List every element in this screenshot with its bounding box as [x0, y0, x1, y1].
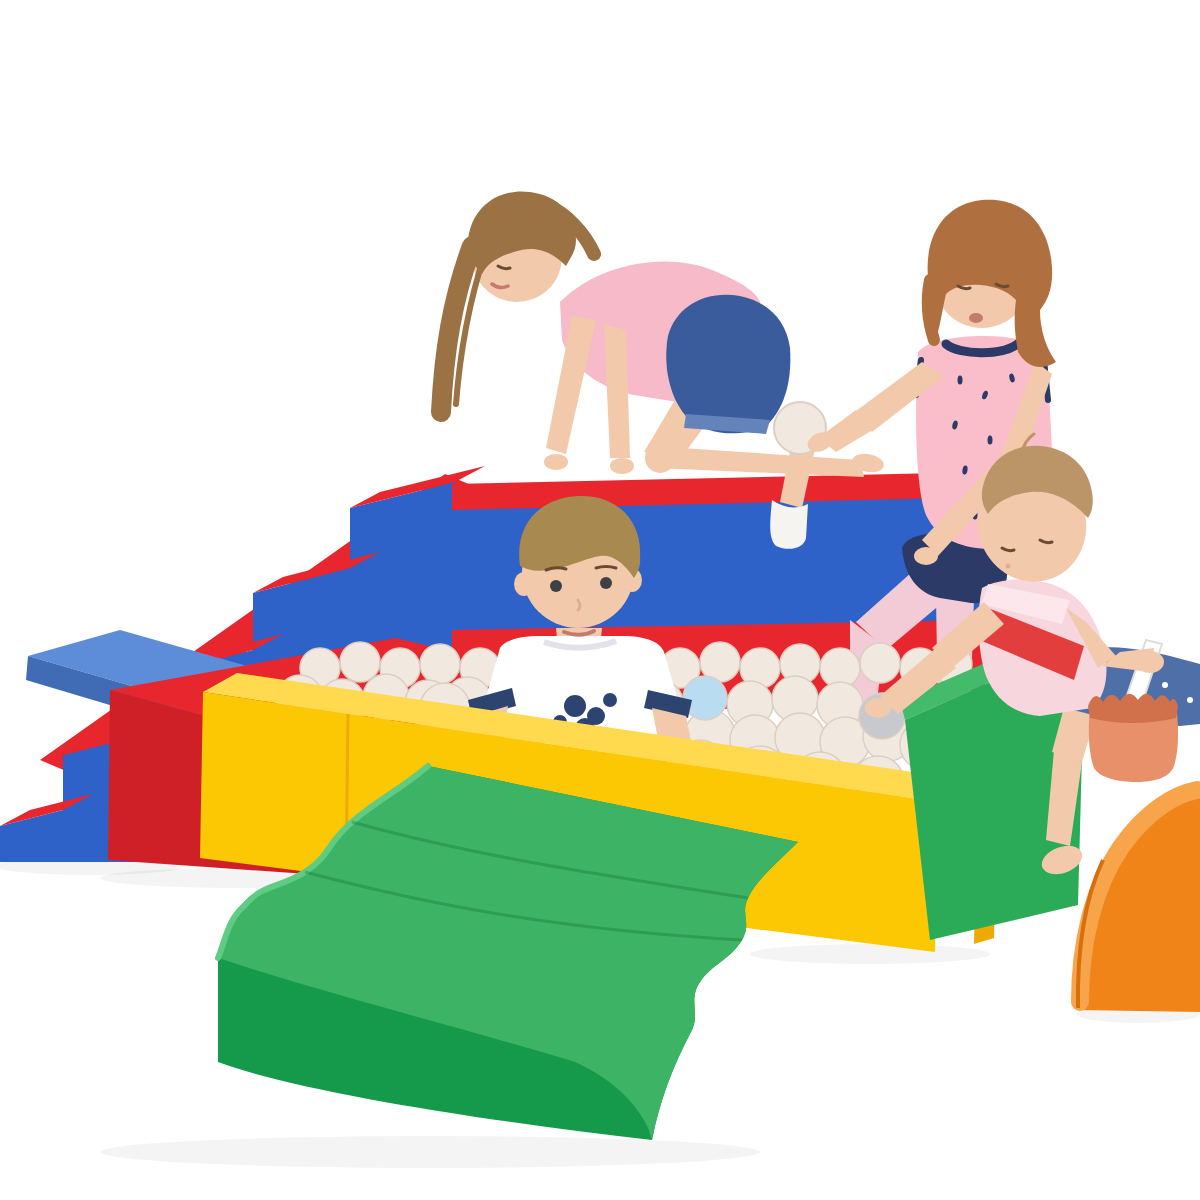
- girl1-hand-right: [610, 458, 634, 474]
- soft-play-scene: [0, 0, 1200, 1200]
- girl1-shorts: [666, 295, 790, 434]
- toddler-hand-left: [1136, 651, 1164, 673]
- photo-canvas: [0, 0, 1200, 1200]
- toy-bucket: [1088, 694, 1178, 782]
- toddler-nose: [1006, 564, 1011, 569]
- girl1-knee: [645, 443, 675, 473]
- light-blue-ball: [683, 676, 727, 720]
- girl1-sock: [770, 500, 808, 549]
- girl2-mouth: [969, 313, 983, 323]
- boy-eye-left: [550, 580, 562, 592]
- girl2-hair-lock: [928, 280, 934, 340]
- toddler-hand-right: [865, 698, 891, 718]
- girl2-hand-left: [914, 547, 938, 565]
- boy-brow-right: [596, 567, 616, 569]
- boy-eye-right: [600, 577, 612, 589]
- girl1-hand-left: [544, 454, 568, 470]
